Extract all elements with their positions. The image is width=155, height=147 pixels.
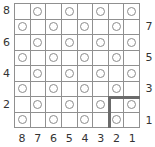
cell-c6-r6 [46,35,61,50]
cell-c7-r2 [31,97,46,112]
cell-c6-r4 [46,66,61,81]
circle-stitch-icon [18,115,27,124]
col-label-3: 3 [93,131,109,146]
row-label-5: 5 [143,50,155,66]
circle-stitch-icon [127,7,136,16]
cell-c4-r7 [78,20,93,35]
col-label-5: 5 [61,131,77,146]
cell-c5-r7 [62,20,77,35]
cell-c7-r3 [31,82,46,97]
cell-c5-r6 [62,35,77,50]
cell-c8-r6 [15,35,30,50]
cell-c6-r1 [46,113,61,128]
circle-stitch-icon [65,69,74,78]
cell-c2-r7 [109,20,124,35]
circle-stitch-icon [18,53,27,62]
cell-c1-r1 [124,113,139,128]
circle-stitch-icon [112,53,121,62]
cell-c7-r6 [31,35,46,50]
cell-c7-r4 [31,66,46,81]
row-label-4: 4 [0,66,12,82]
cell-c1-r2 [124,97,139,112]
cell-c4-r2 [78,97,93,112]
row-labels-right: 7 5 3 1 [143,3,155,128]
col-label-7: 7 [30,131,46,146]
cell-c6-r5 [46,51,61,66]
row-label-7: 7 [143,19,155,35]
column-labels-bottom: 8 7 6 5 4 3 2 1 [14,131,140,146]
circle-stitch-icon [65,7,74,16]
circle-stitch-icon [112,22,121,31]
cell-c8-r4 [15,66,30,81]
cell-c4-r3 [78,82,93,97]
circle-stitch-icon [49,22,58,31]
circle-stitch-icon [127,38,136,47]
cell-c6-r2 [46,97,61,112]
cell-c1-r8 [124,4,139,19]
cell-c3-r7 [93,20,108,35]
pattern-grid [14,3,140,128]
circle-stitch-icon [80,84,89,93]
circle-stitch-icon [49,115,58,124]
cell-c5-r1 [62,113,77,128]
cell-c2-r4 [109,66,124,81]
circle-stitch-icon [33,69,42,78]
cell-c2-r5 [109,51,124,66]
row-label-6: 6 [0,34,12,50]
circle-stitch-icon [65,38,74,47]
cell-c4-r8 [78,4,93,19]
row-label-3: 3 [143,81,155,97]
circle-stitch-icon [112,84,121,93]
cell-c3-r6 [93,35,108,50]
cell-c8-r2 [15,97,30,112]
circle-stitch-icon [80,115,89,124]
cell-c3-r4 [93,66,108,81]
col-label-8: 8 [14,131,30,146]
cell-c5-r2 [62,97,77,112]
circle-stitch-icon [49,53,58,62]
repeat-box-top-line [108,96,141,99]
cell-c8-r3 [15,82,30,97]
circle-stitch-icon [80,22,89,31]
cell-c1-r4 [124,66,139,81]
circle-stitch-icon [18,22,27,31]
col-label-6: 6 [46,131,62,146]
cell-c6-r8 [46,4,61,19]
cell-c7-r8 [31,4,46,19]
cell-c4-r6 [78,35,93,50]
circle-stitch-icon [96,69,105,78]
cell-c5-r5 [62,51,77,66]
cell-c2-r1 [109,113,124,128]
circle-stitch-icon [49,84,58,93]
row-label-1: 1 [143,112,155,128]
cell-c8-r1 [15,113,30,128]
cell-c1-r6 [124,35,139,50]
cell-c3-r1 [93,113,108,128]
cell-c4-r4 [78,66,93,81]
circle-stitch-icon [33,38,42,47]
stitch-pattern-chart: 8 6 4 2 7 5 3 1 8 7 6 5 4 3 2 1 [0,0,155,147]
circle-stitch-icon [127,100,136,109]
col-label-4: 4 [77,131,93,146]
circle-stitch-icon [33,7,42,16]
cell-c1-r5 [124,51,139,66]
cell-c2-r6 [109,35,124,50]
cell-c3-r2 [93,97,108,112]
col-label-2: 2 [109,131,125,146]
cell-c1-r3 [124,82,139,97]
cell-c8-r5 [15,51,30,66]
cell-c6-r3 [46,82,61,97]
cell-c5-r8 [62,4,77,19]
cell-c6-r7 [46,20,61,35]
row-labels-left: 8 6 4 2 [0,3,12,128]
circle-stitch-icon [80,53,89,62]
cell-c3-r3 [93,82,108,97]
row-label-2: 2 [0,97,12,113]
circle-stitch-icon [65,100,74,109]
col-label-1: 1 [124,131,140,146]
cell-c7-r1 [31,113,46,128]
cell-c2-r2 [109,97,124,112]
circle-stitch-icon [96,7,105,16]
cell-c3-r8 [93,4,108,19]
row-label-8: 8 [0,3,12,19]
cell-c7-r7 [31,20,46,35]
cell-c8-r8 [15,4,30,19]
repeat-box-left-line [108,96,111,129]
circle-stitch-icon [96,100,105,109]
circle-stitch-icon [33,100,42,109]
cell-c5-r3 [62,82,77,97]
cell-c8-r7 [15,20,30,35]
circle-stitch-icon [112,115,121,124]
cell-c1-r7 [124,20,139,35]
cell-c5-r4 [62,66,77,81]
cell-c7-r5 [31,51,46,66]
cell-c3-r5 [93,51,108,66]
cell-c4-r5 [78,51,93,66]
circle-stitch-icon [96,38,105,47]
cell-c2-r3 [109,82,124,97]
cell-c2-r8 [109,4,124,19]
cell-c4-r1 [78,113,93,128]
circle-stitch-icon [127,69,136,78]
circle-stitch-icon [18,84,27,93]
